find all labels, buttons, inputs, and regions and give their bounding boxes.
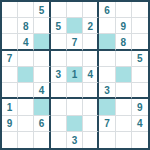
cell-r8c8[interactable] <box>116 116 132 132</box>
cell-r4c9[interactable]: 5 <box>132 51 148 67</box>
cell-r7c3[interactable] <box>34 99 50 115</box>
cell-r9c7[interactable] <box>99 132 115 148</box>
cell-r5c7[interactable] <box>99 67 115 83</box>
cell-r2c2[interactable]: 8 <box>18 18 34 34</box>
cell-r2c8[interactable]: 9 <box>116 18 132 34</box>
cell-r4c4[interactable] <box>51 51 67 67</box>
cell-r1c1[interactable] <box>2 2 18 18</box>
cell-r5c3[interactable] <box>34 67 50 83</box>
cell-r8c2[interactable] <box>18 116 34 132</box>
cell-r9c4[interactable] <box>51 132 67 148</box>
cell-r9c9[interactable] <box>132 132 148 148</box>
digit: 4 <box>137 119 143 129</box>
cell-r7c5[interactable] <box>67 99 83 115</box>
cell-r2c1[interactable] <box>2 18 18 34</box>
cell-r6c9[interactable] <box>132 83 148 99</box>
digit: 4 <box>87 70 93 80</box>
cell-r8c3[interactable]: 6 <box>34 116 50 132</box>
cell-r6c3[interactable]: 4 <box>34 83 50 99</box>
cell-r7c1[interactable]: 1 <box>2 99 18 115</box>
cell-r1c6[interactable] <box>83 2 99 18</box>
cell-r6c1[interactable] <box>2 83 18 99</box>
cell-r3c3[interactable] <box>34 34 50 50</box>
cell-r3c9[interactable] <box>132 34 148 50</box>
digit: 9 <box>7 119 13 129</box>
cell-r5c1[interactable] <box>2 67 18 83</box>
cell-r7c8[interactable] <box>116 99 132 115</box>
cell-r6c2[interactable] <box>18 83 34 99</box>
cell-r4c3[interactable] <box>34 51 50 67</box>
cell-r3c7[interactable] <box>99 34 115 50</box>
cell-r1c2[interactable] <box>18 2 34 18</box>
cell-r3c1[interactable] <box>2 34 18 50</box>
cell-r7c6[interactable] <box>83 99 99 115</box>
digit: 5 <box>55 21 61 31</box>
cell-r3c6[interactable] <box>83 34 99 50</box>
cell-r8c5[interactable] <box>67 116 83 132</box>
cell-r9c5[interactable]: 3 <box>67 132 83 148</box>
cell-r2c5[interactable] <box>67 18 83 34</box>
sudoku-board: 56852947875314431996743 <box>0 0 150 150</box>
cell-r6c6[interactable] <box>83 83 99 99</box>
cell-r5c9[interactable] <box>132 67 148 83</box>
digit: 4 <box>39 86 45 96</box>
cell-r2c6[interactable]: 2 <box>83 18 99 34</box>
cell-r4c6[interactable] <box>83 51 99 67</box>
cell-r7c7[interactable] <box>99 99 115 115</box>
digit: 3 <box>104 86 110 96</box>
digit: 8 <box>23 21 29 31</box>
cell-r4c2[interactable] <box>18 51 34 67</box>
digit: 2 <box>87 21 93 31</box>
cell-r4c1[interactable]: 7 <box>2 51 18 67</box>
cell-r1c5[interactable] <box>67 2 83 18</box>
cell-r6c4[interactable] <box>51 83 67 99</box>
digit: 3 <box>55 70 61 80</box>
cell-r9c6[interactable] <box>83 132 99 148</box>
cell-r1c7[interactable]: 6 <box>99 2 115 18</box>
digit: 7 <box>104 119 110 129</box>
digit: 4 <box>23 37 29 47</box>
cell-r5c6[interactable]: 4 <box>83 67 99 83</box>
digit: 1 <box>7 102 13 112</box>
cell-r4c7[interactable] <box>99 51 115 67</box>
cell-r4c8[interactable] <box>116 51 132 67</box>
cell-r6c5[interactable] <box>67 83 83 99</box>
cell-r3c5[interactable]: 7 <box>67 34 83 50</box>
cell-r5c2[interactable] <box>18 67 34 83</box>
cell-r4c5[interactable] <box>67 51 83 67</box>
cell-r5c8[interactable] <box>116 67 132 83</box>
digit: 7 <box>7 54 13 64</box>
cell-r9c2[interactable] <box>18 132 34 148</box>
cell-r7c9[interactable]: 9 <box>132 99 148 115</box>
cell-r3c2[interactable]: 4 <box>18 34 34 50</box>
digit: 6 <box>104 5 110 15</box>
cell-r9c3[interactable] <box>34 132 50 148</box>
cell-r8c4[interactable] <box>51 116 67 132</box>
digit: 1 <box>72 70 78 80</box>
cell-r8c9[interactable]: 4 <box>132 116 148 132</box>
cell-r1c9[interactable] <box>132 2 148 18</box>
digit: 3 <box>72 135 78 145</box>
cell-r3c8[interactable]: 8 <box>116 34 132 50</box>
cell-r2c7[interactable] <box>99 18 115 34</box>
cell-r8c7[interactable]: 7 <box>99 116 115 132</box>
cell-r8c1[interactable]: 9 <box>2 116 18 132</box>
digit: 5 <box>39 5 45 15</box>
cell-r3c4[interactable] <box>51 34 67 50</box>
cell-r8c6[interactable] <box>83 116 99 132</box>
digit: 9 <box>120 21 126 31</box>
cell-r7c4[interactable] <box>51 99 67 115</box>
cell-r2c4[interactable]: 5 <box>51 18 67 34</box>
cell-r9c8[interactable] <box>116 132 132 148</box>
cell-r7c2[interactable] <box>18 99 34 115</box>
cell-r1c8[interactable] <box>116 2 132 18</box>
cell-r2c9[interactable] <box>132 18 148 34</box>
digit: 8 <box>120 37 126 47</box>
digit: 7 <box>72 37 78 47</box>
cell-r9c1[interactable] <box>2 132 18 148</box>
cell-r1c4[interactable] <box>51 2 67 18</box>
cell-r6c7[interactable]: 3 <box>99 83 115 99</box>
digit: 6 <box>39 119 45 129</box>
digit: 9 <box>137 102 143 112</box>
digit: 5 <box>137 54 143 64</box>
cell-r5c5[interactable]: 1 <box>67 67 83 83</box>
cell-r1c3[interactable]: 5 <box>34 2 50 18</box>
cell-r2c3[interactable] <box>34 18 50 34</box>
cell-r6c8[interactable] <box>116 83 132 99</box>
cell-r5c4[interactable]: 3 <box>51 67 67 83</box>
